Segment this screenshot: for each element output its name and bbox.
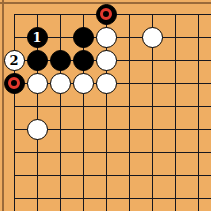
white-stone[interactable] <box>27 119 48 140</box>
circle-marker-icon <box>100 8 112 20</box>
grid-vline <box>60 14 61 211</box>
grid-vline <box>198 14 199 211</box>
grid-hline <box>14 175 211 176</box>
grid-hline <box>14 198 211 199</box>
move-number-label: 2 <box>9 54 18 67</box>
white-stone[interactable] <box>142 27 163 48</box>
grid-hline <box>14 152 211 153</box>
white-stone[interactable] <box>50 73 71 94</box>
white-stone[interactable] <box>96 27 117 48</box>
black-stone[interactable] <box>73 27 94 48</box>
black-stone[interactable] <box>4 73 25 94</box>
grid-vline <box>175 14 176 211</box>
black-stone[interactable]: 1 <box>27 27 48 48</box>
white-stone[interactable] <box>96 73 117 94</box>
grid-vline <box>14 14 15 211</box>
black-stone[interactable] <box>73 50 94 71</box>
white-stone[interactable]: 2 <box>4 50 25 71</box>
grid-hline <box>14 106 211 107</box>
go-board[interactable]: 12 <box>0 0 211 211</box>
black-stone[interactable] <box>27 50 48 71</box>
board-edge-left <box>2 0 4 211</box>
move-number-label: 1 <box>32 31 41 44</box>
grid-vline <box>129 14 130 211</box>
black-stone[interactable] <box>50 50 71 71</box>
white-stone[interactable] <box>96 50 117 71</box>
circle-marker-icon <box>8 77 20 89</box>
black-stone[interactable] <box>96 4 117 25</box>
white-stone[interactable] <box>27 73 48 94</box>
white-stone[interactable] <box>73 73 94 94</box>
